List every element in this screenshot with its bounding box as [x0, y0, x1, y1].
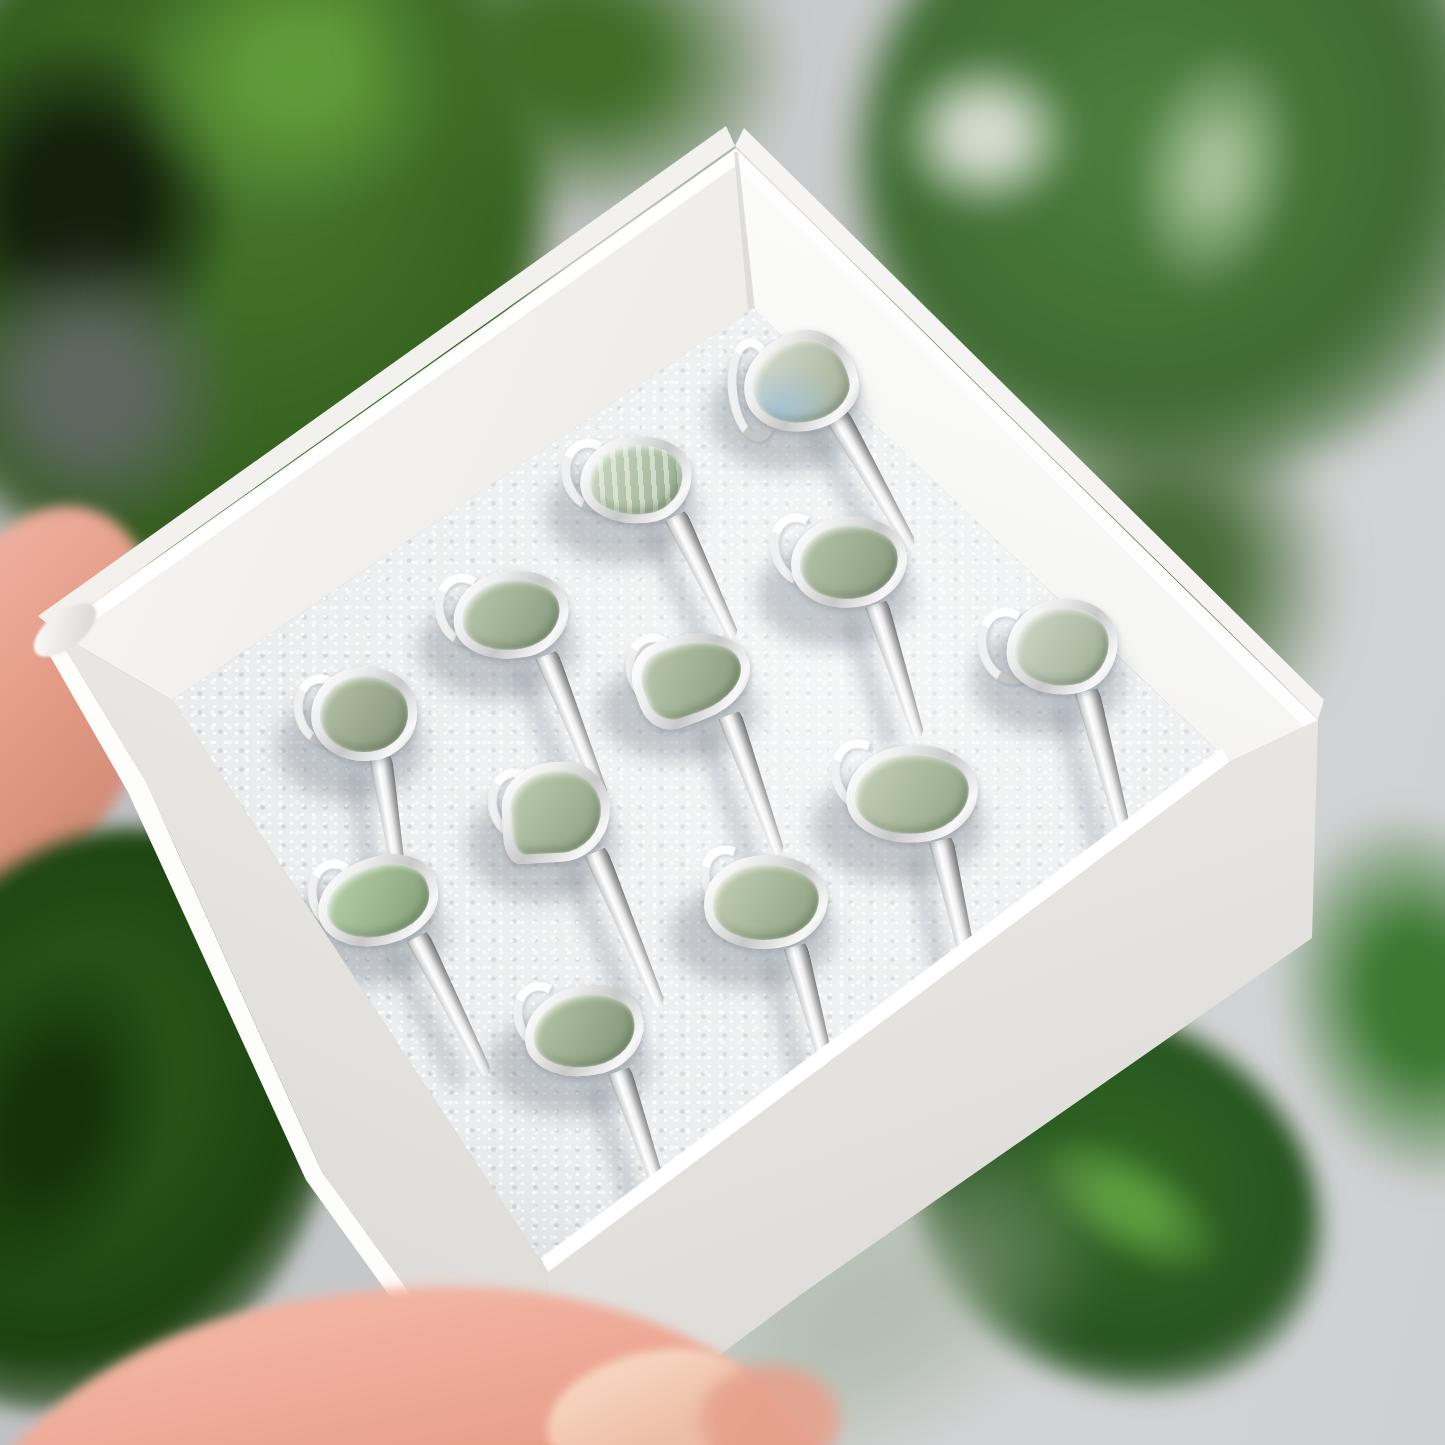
photo-scene [0, 0, 1445, 1445]
foreground-fingers [0, 0, 1445, 1445]
